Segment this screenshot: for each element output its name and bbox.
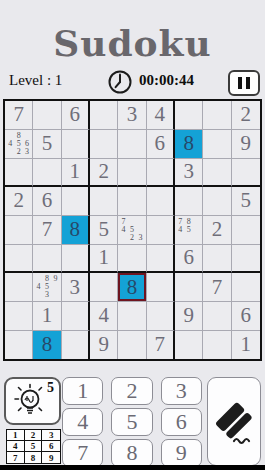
timer-value: 00:00:44 bbox=[139, 72, 194, 89]
cell-r9c7[interactable] bbox=[175, 331, 203, 360]
cell-r1c9[interactable]: 2 bbox=[232, 101, 260, 130]
cell-value: 7 bbox=[212, 277, 223, 298]
cell-r7c9[interactable] bbox=[232, 273, 260, 302]
cell-r5c9[interactable] bbox=[232, 216, 260, 245]
cell-r8c1[interactable] bbox=[5, 302, 33, 331]
pause-icon bbox=[238, 77, 250, 89]
cell-r2c1[interactable]: 845623 bbox=[5, 130, 33, 159]
pencil-grid-digit: 3 bbox=[42, 430, 60, 441]
cell-r6c9[interactable] bbox=[232, 245, 260, 274]
cell-r3c8[interactable] bbox=[203, 159, 231, 188]
cell-r8c6[interactable] bbox=[147, 302, 175, 331]
cell-r5c5[interactable]: 74523 bbox=[118, 216, 146, 245]
cell-r4c5[interactable] bbox=[118, 187, 146, 216]
cell-r2c4[interactable] bbox=[90, 130, 118, 159]
cell-value: 7 bbox=[42, 219, 53, 240]
cell-r8c9[interactable]: 6 bbox=[232, 302, 260, 331]
cell-r9c6[interactable]: 7 bbox=[147, 331, 175, 360]
cell-value: 4 bbox=[98, 305, 109, 326]
cell-value: 2 bbox=[241, 104, 252, 125]
pencil-grid-digit: 7 bbox=[7, 452, 25, 463]
pencil-grid-digit: 6 bbox=[42, 441, 60, 452]
cell-r3c7[interactable]: 3 bbox=[175, 159, 203, 188]
numpad-button-7[interactable]: 7 bbox=[62, 439, 103, 467]
cell-value: 8 bbox=[42, 334, 53, 355]
cell-r9c1[interactable] bbox=[5, 331, 33, 360]
cell-r1c8[interactable] bbox=[203, 101, 231, 130]
cell-r2c9[interactable]: 9 bbox=[232, 130, 260, 159]
pencil-marks: 74523 bbox=[118, 216, 145, 244]
numpad-button-4[interactable]: 4 bbox=[62, 408, 103, 436]
cell-r2c3[interactable] bbox=[62, 130, 90, 159]
cell-value: 1 bbox=[98, 247, 109, 268]
hint-button[interactable]: 5 bbox=[4, 377, 61, 425]
numpad-button-3[interactable]: 3 bbox=[161, 377, 202, 405]
numpad-button-6[interactable]: 6 bbox=[161, 408, 202, 436]
cell-value: 3 bbox=[183, 161, 194, 182]
cell-r7c4[interactable] bbox=[90, 273, 118, 302]
cell-value: 9 bbox=[183, 305, 194, 326]
cell-r2c2[interactable]: 5 bbox=[33, 130, 61, 159]
cell-r5c6[interactable] bbox=[147, 216, 175, 245]
cell-r3c9[interactable] bbox=[232, 159, 260, 188]
cell-r7c1[interactable] bbox=[5, 273, 33, 302]
cell-r4c1[interactable]: 2 bbox=[5, 187, 33, 216]
numpad-button-1[interactable]: 1 bbox=[62, 377, 103, 405]
numpad-button-2[interactable]: 2 bbox=[111, 377, 152, 405]
cell-r5c8[interactable]: 2 bbox=[203, 216, 231, 245]
clock-icon bbox=[107, 69, 133, 95]
cell-r9c4[interactable]: 9 bbox=[90, 331, 118, 360]
sudoku-board: 7634284562356891232657857452378452168945… bbox=[3, 99, 262, 361]
cell-r4c9[interactable]: 5 bbox=[232, 187, 260, 216]
cell-r3c2[interactable] bbox=[33, 159, 61, 188]
cell-r4c4[interactable] bbox=[90, 187, 118, 216]
cell-r4c2[interactable]: 6 bbox=[33, 187, 61, 216]
cell-value: 6 bbox=[70, 104, 81, 125]
cell-r1c6[interactable]: 4 bbox=[147, 101, 175, 130]
cell-value: 1 bbox=[42, 305, 53, 326]
cell-r9c9[interactable]: 1 bbox=[232, 331, 260, 360]
cell-value: 3 bbox=[70, 277, 81, 298]
cell-r9c5[interactable] bbox=[118, 331, 146, 360]
cell-r1c7[interactable] bbox=[175, 101, 203, 130]
cell-r3c6[interactable] bbox=[147, 159, 175, 188]
pencil-grid-digit: 1 bbox=[7, 430, 25, 441]
cell-r7c3[interactable]: 3 bbox=[62, 273, 90, 302]
cell-r4c7[interactable] bbox=[175, 187, 203, 216]
cell-r8c2[interactable]: 1 bbox=[33, 302, 61, 331]
cell-r5c3[interactable]: 8 bbox=[62, 216, 90, 245]
cell-r1c1[interactable]: 7 bbox=[5, 101, 33, 130]
cell-r1c3[interactable]: 6 bbox=[62, 101, 90, 130]
cell-value: 8 bbox=[127, 277, 138, 298]
cell-r6c7[interactable]: 6 bbox=[175, 245, 203, 274]
cell-r7c5[interactable]: 8 bbox=[118, 273, 146, 302]
cell-r8c5[interactable] bbox=[118, 302, 146, 331]
cell-r6c4[interactable]: 1 bbox=[90, 245, 118, 274]
cell-r8c7[interactable]: 9 bbox=[175, 302, 203, 331]
cell-r7c6[interactable] bbox=[147, 273, 175, 302]
cell-r6c3[interactable] bbox=[62, 245, 90, 274]
cell-r9c8[interactable] bbox=[203, 331, 231, 360]
cell-r1c2[interactable] bbox=[33, 101, 61, 130]
cell-value: 7 bbox=[155, 334, 166, 355]
pencil-grid-digit: 8 bbox=[25, 452, 43, 463]
cell-r1c4[interactable] bbox=[90, 101, 118, 130]
cell-r7c8[interactable]: 7 bbox=[203, 273, 231, 302]
page-title: Sudoku bbox=[0, 24, 265, 62]
cell-r2c8[interactable] bbox=[203, 130, 231, 159]
cell-value: 8 bbox=[183, 133, 194, 154]
cell-r6c1[interactable] bbox=[5, 245, 33, 274]
bottom-bar bbox=[0, 465, 265, 470]
cell-r3c1[interactable] bbox=[5, 159, 33, 188]
cell-r3c5[interactable] bbox=[118, 159, 146, 188]
cell-value: 9 bbox=[241, 133, 252, 154]
cell-r4c3[interactable] bbox=[62, 187, 90, 216]
cell-r2c6[interactable]: 6 bbox=[147, 130, 175, 159]
cell-value: 6 bbox=[241, 305, 252, 326]
cell-r6c5[interactable] bbox=[118, 245, 146, 274]
cell-value: 3 bbox=[127, 104, 138, 125]
cell-value: 5 bbox=[98, 219, 109, 240]
cell-r3c4[interactable]: 2 bbox=[90, 159, 118, 188]
hint-count-badge: 5 bbox=[47, 380, 54, 396]
sudoku-app: Sudoku Level : 1 00:00:44 76342845623568… bbox=[0, 0, 265, 470]
cell-value: 5 bbox=[241, 190, 252, 211]
pencil-marks: 845623 bbox=[5, 130, 32, 158]
number-pad: 1 2 3 4 5 6 7 8 9 bbox=[62, 377, 202, 467]
cell-value: 7 bbox=[13, 104, 24, 125]
pencil-marks: 89453 bbox=[33, 273, 60, 301]
pencil-grid-digit: 4 bbox=[7, 441, 25, 452]
cell-value: 6 bbox=[183, 247, 194, 268]
cell-value: 2 bbox=[13, 190, 24, 211]
pencil-mode-button[interactable]: 1 2 3 4 5 6 7 8 9 bbox=[6, 429, 61, 464]
cell-r2c7[interactable]: 8 bbox=[175, 130, 203, 159]
eraser-icon bbox=[212, 394, 256, 450]
cell-value: 6 bbox=[155, 133, 166, 154]
cell-r6c8[interactable] bbox=[203, 245, 231, 274]
pencil-grid-digit: 9 bbox=[42, 452, 60, 463]
cell-r5c4[interactable]: 5 bbox=[90, 216, 118, 245]
cell-r9c3[interactable] bbox=[62, 331, 90, 360]
numpad-button-5[interactable]: 5 bbox=[111, 408, 152, 436]
cell-value: 4 bbox=[155, 104, 166, 125]
cell-r5c7[interactable]: 7845 bbox=[175, 216, 203, 245]
cell-value: 2 bbox=[98, 161, 109, 182]
cell-r2c5[interactable] bbox=[118, 130, 146, 159]
pencil-grid-digit: 2 bbox=[25, 430, 43, 441]
cell-value: 6 bbox=[42, 190, 53, 211]
pause-button[interactable] bbox=[228, 70, 260, 96]
cell-r9c2[interactable]: 8 bbox=[33, 331, 61, 360]
cell-r8c3[interactable] bbox=[62, 302, 90, 331]
cell-value: 5 bbox=[42, 133, 53, 154]
cell-r5c2[interactable]: 7 bbox=[33, 216, 61, 245]
cell-value: 9 bbox=[98, 334, 109, 355]
cell-r8c4[interactable]: 4 bbox=[90, 302, 118, 331]
numpad-button-9[interactable]: 9 bbox=[161, 439, 202, 467]
cell-r6c6[interactable] bbox=[147, 245, 175, 274]
cell-r7c7[interactable] bbox=[175, 273, 203, 302]
pencil-grid-digit: 5 bbox=[25, 441, 43, 452]
cell-value: 1 bbox=[241, 334, 252, 355]
cell-value: 1 bbox=[70, 161, 81, 182]
cell-r4c8[interactable] bbox=[203, 187, 231, 216]
cell-r7c2[interactable]: 89453 bbox=[33, 273, 61, 302]
numpad-button-8[interactable]: 8 bbox=[111, 439, 152, 467]
pencil-marks: 7845 bbox=[175, 216, 202, 244]
level-label: Level : 1 bbox=[9, 72, 62, 89]
cell-r8c8[interactable] bbox=[203, 302, 231, 331]
cell-r4c6[interactable] bbox=[147, 187, 175, 216]
cell-r3c3[interactable]: 1 bbox=[62, 159, 90, 188]
cell-value: 8 bbox=[70, 219, 81, 240]
cell-r6c2[interactable] bbox=[33, 245, 61, 274]
eraser-button[interactable] bbox=[207, 377, 261, 466]
cell-value: 2 bbox=[212, 219, 223, 240]
cell-r1c5[interactable]: 3 bbox=[118, 101, 146, 130]
cell-r5c1[interactable] bbox=[5, 216, 33, 245]
